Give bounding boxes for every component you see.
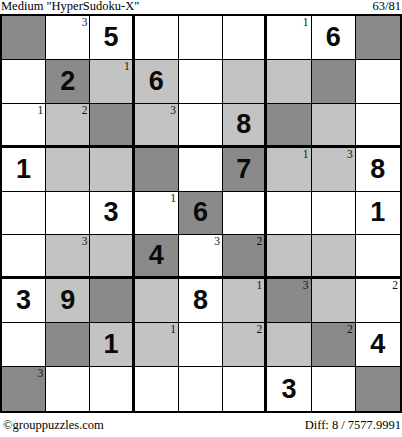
cell-r7c4[interactable] <box>135 279 179 323</box>
cell-r6c2[interactable]: 3 <box>46 235 90 279</box>
cell-r2c1[interactable] <box>2 60 46 104</box>
cell-r5c6[interactable] <box>223 192 267 236</box>
cell-r5c3[interactable]: 3 <box>90 192 134 236</box>
cell-r3c9[interactable] <box>356 104 400 148</box>
cell-r4c1[interactable]: 1 <box>2 148 46 192</box>
cell-r3c8[interactable] <box>312 104 356 148</box>
cell-r9c8[interactable] <box>312 367 356 411</box>
remaining-counter: 63/81 <box>373 0 401 13</box>
given-digit: 3 <box>281 376 296 403</box>
given-digit: 6 <box>149 68 164 95</box>
cell-r1c6[interactable] <box>223 16 267 60</box>
cell-r8c1[interactable] <box>2 323 46 367</box>
cell-r6c8[interactable] <box>312 235 356 279</box>
cell-r8c2[interactable] <box>46 323 90 367</box>
cell-r4c7[interactable]: 1 <box>267 148 311 192</box>
given-digit: 4 <box>149 242 164 269</box>
copyright: ©grouppuzzles.com <box>3 418 104 432</box>
cell-r3c4[interactable]: 3 <box>135 104 179 148</box>
cell-r8c5[interactable] <box>179 323 223 367</box>
pencil-mark: 2 <box>257 235 263 248</box>
cell-r7c9[interactable]: 2 <box>356 279 400 323</box>
pencil-mark: 3 <box>214 235 220 248</box>
cell-r6c9[interactable] <box>356 235 400 279</box>
cell-r2c3[interactable]: 1 <box>90 60 134 104</box>
cell-r6c5[interactable]: 3 <box>179 235 223 279</box>
puzzle-page: Medium "HyperSudoku-X" 63/81 35162161238… <box>0 0 402 437</box>
cell-r6c3[interactable] <box>90 235 134 279</box>
given-digit: 1 <box>16 156 31 183</box>
cell-r2c9[interactable] <box>356 60 400 104</box>
cell-r8c8[interactable]: 2 <box>312 323 356 367</box>
cell-r1c2[interactable]: 3 <box>46 16 90 60</box>
cell-r1c8[interactable]: 6 <box>312 16 356 60</box>
pencil-mark: 1 <box>170 323 176 336</box>
cell-r6c4[interactable]: 4 <box>135 235 179 279</box>
difficulty-label: Diff: 8 / 7577.9991 <box>305 418 401 432</box>
cell-r8c6[interactable]: 2 <box>223 323 267 367</box>
cell-r4c6[interactable]: 7 <box>223 148 267 192</box>
cell-r4c2[interactable] <box>46 148 90 192</box>
cell-r2c5[interactable] <box>179 60 223 104</box>
cell-r2c6[interactable] <box>223 60 267 104</box>
cell-r6c7[interactable] <box>267 235 311 279</box>
given-digit: 8 <box>370 156 385 183</box>
pencil-mark: 2 <box>82 104 88 117</box>
cell-r3c7[interactable] <box>267 104 311 148</box>
cell-r5c1[interactable] <box>2 192 46 236</box>
cell-r3c5[interactable] <box>179 104 223 148</box>
given-digit: 3 <box>104 199 119 226</box>
given-digit: 1 <box>370 199 385 226</box>
given-digit: 6 <box>193 199 208 226</box>
cell-r9c4[interactable] <box>135 367 179 411</box>
given-digit: 4 <box>370 331 385 358</box>
cell-r5c9[interactable]: 1 <box>356 192 400 236</box>
pencil-mark: 3 <box>170 104 176 117</box>
cell-r4c9[interactable]: 8 <box>356 148 400 192</box>
cell-r7c2[interactable]: 9 <box>46 279 90 323</box>
cell-r2c7[interactable] <box>267 60 311 104</box>
given-digit: 5 <box>104 24 119 51</box>
given-digit: 8 <box>193 287 208 314</box>
pencil-mark: 1 <box>257 279 263 292</box>
cell-r2c2[interactable]: 2 <box>46 60 90 104</box>
given-digit: 9 <box>60 287 75 314</box>
sudoku-board: 3516216123817138316134323981321122433 <box>0 14 402 413</box>
cell-r8c4[interactable]: 1 <box>135 323 179 367</box>
pencil-mark: 2 <box>392 279 398 292</box>
given-digit: 1 <box>104 331 119 358</box>
cell-r4c3[interactable] <box>90 148 134 192</box>
cell-r9c3[interactable] <box>90 367 134 411</box>
pencil-mark: 2 <box>257 323 263 336</box>
cell-r5c2[interactable] <box>46 192 90 236</box>
pencil-mark: 3 <box>82 235 88 248</box>
pencil-mark: 3 <box>347 148 353 161</box>
given-digit: 6 <box>326 24 341 51</box>
pencil-mark: 1 <box>303 148 309 161</box>
cell-r7c8[interactable] <box>312 279 356 323</box>
cell-r5c4[interactable]: 1 <box>135 192 179 236</box>
cell-r5c7[interactable] <box>267 192 311 236</box>
cell-r1c3[interactable]: 5 <box>90 16 134 60</box>
cell-r7c6[interactable]: 1 <box>223 279 267 323</box>
cell-r1c4[interactable] <box>135 16 179 60</box>
footer: ©grouppuzzles.com Diff: 8 / 7577.9991 <box>0 413 402 432</box>
cell-r8c9[interactable]: 4 <box>356 323 400 367</box>
cell-r4c8[interactable]: 3 <box>312 148 356 192</box>
cell-r3c1[interactable]: 1 <box>2 104 46 148</box>
cell-r7c5[interactable]: 8 <box>179 279 223 323</box>
pencil-mark: 1 <box>124 60 130 73</box>
cell-r9c5[interactable] <box>179 367 223 411</box>
cell-r6c6[interactable]: 2 <box>223 235 267 279</box>
cell-r5c5[interactable]: 6 <box>179 192 223 236</box>
given-digit: 2 <box>60 68 75 95</box>
cell-r7c3[interactable] <box>90 279 134 323</box>
cell-r1c1[interactable] <box>2 16 46 60</box>
cell-r9c2[interactable] <box>46 367 90 411</box>
cell-r9c6[interactable] <box>223 367 267 411</box>
cell-r1c7[interactable]: 1 <box>267 16 311 60</box>
cell-r1c5[interactable] <box>179 16 223 60</box>
cell-r6c1[interactable] <box>2 235 46 279</box>
given-digit: 7 <box>236 156 251 183</box>
pencil-mark: 3 <box>303 279 309 292</box>
pencil-mark: 3 <box>37 367 43 380</box>
cell-r2c8[interactable] <box>312 60 356 104</box>
cell-r3c3[interactable] <box>90 104 134 148</box>
given-digit: 3 <box>16 287 31 314</box>
cell-r3c6[interactable]: 8 <box>223 104 267 148</box>
cell-r4c4[interactable] <box>135 148 179 192</box>
cell-r7c1[interactable]: 3 <box>2 279 46 323</box>
given-digit: 8 <box>236 111 251 138</box>
pencil-mark: 1 <box>303 16 309 29</box>
cell-r7c7[interactable]: 3 <box>267 279 311 323</box>
cell-r8c3[interactable]: 1 <box>90 323 134 367</box>
pencil-mark: 1 <box>170 192 176 205</box>
cell-r9c7[interactable]: 3 <box>267 367 311 411</box>
cell-r9c9[interactable] <box>356 367 400 411</box>
cell-r9c1[interactable]: 3 <box>2 367 46 411</box>
cell-r3c2[interactable]: 2 <box>46 104 90 148</box>
cell-r8c7[interactable] <box>267 323 311 367</box>
pencil-mark: 3 <box>82 16 88 29</box>
cell-r2c4[interactable]: 6 <box>135 60 179 104</box>
header: Medium "HyperSudoku-X" 63/81 <box>0 0 402 14</box>
cell-r1c9[interactable] <box>356 16 400 60</box>
cell-r4c5[interactable] <box>179 148 223 192</box>
puzzle-title: Medium "HyperSudoku-X" <box>1 0 139 13</box>
pencil-mark: 1 <box>37 104 43 117</box>
pencil-mark: 2 <box>347 323 353 336</box>
cell-r5c8[interactable] <box>312 192 356 236</box>
